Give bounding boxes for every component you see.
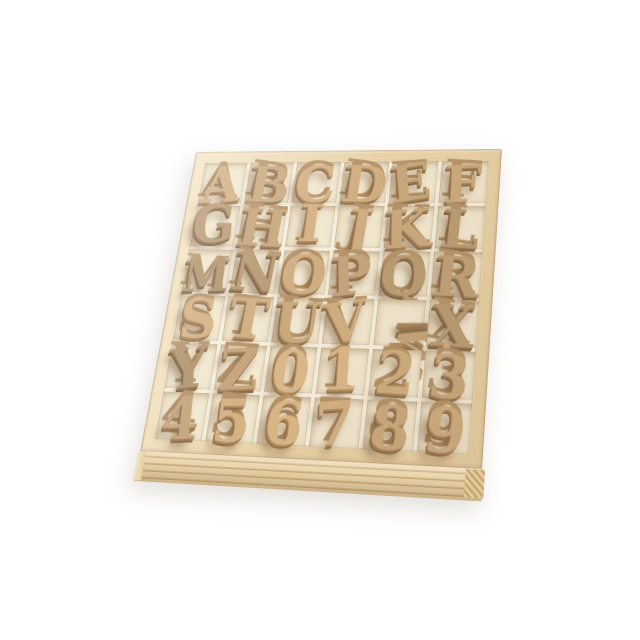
wooden-digit-7: 7 bbox=[314, 392, 355, 455]
compartment-r3c5: QQ bbox=[379, 252, 431, 297]
compartment-r6c3: 66 bbox=[256, 396, 311, 446]
wooden-letter-Q: Q bbox=[378, 248, 429, 303]
wooden-digit-5: 5 bbox=[209, 391, 254, 450]
box-frame: AABBCCDDEEFFGGHHIIJJKKLLMMNNOOPPQQRRSSTT… bbox=[140, 149, 502, 470]
compartment-r6c4: 77 bbox=[309, 398, 364, 449]
compartment-grid: AABBCCDDEEFFGGHHIIJJKKLLMMNNOOPPQQRRSSTT… bbox=[155, 161, 489, 455]
wooden-digit-6: 6 bbox=[260, 392, 308, 454]
box-top-plane: AABBCCDDEEFFGGHHIIJJKKLLMMNNOOPPQQRRSSTT… bbox=[140, 149, 502, 470]
compartment-r6c1: 44 bbox=[155, 392, 209, 441]
wooden-digit-4: 4 bbox=[159, 389, 203, 449]
compartment-r6c5: 88 bbox=[362, 400, 417, 452]
box-endgrain-corner bbox=[464, 469, 485, 498]
compartment-r6c6: 99 bbox=[417, 402, 472, 454]
wooden-digit-9: 9 bbox=[421, 398, 470, 464]
product-photo: AABBCCDDEEFFGGHHIIJJKKLLMMNNOOPPQQRRSSTT… bbox=[0, 0, 640, 640]
wooden-digit-8: 8 bbox=[366, 396, 414, 460]
compartment-r6c2: 55 bbox=[205, 394, 260, 444]
letter-box: AABBCCDDEEFFGGHHIIJJKKLLMMNNOOPPQQRRSSTT… bbox=[0, 0, 640, 640]
